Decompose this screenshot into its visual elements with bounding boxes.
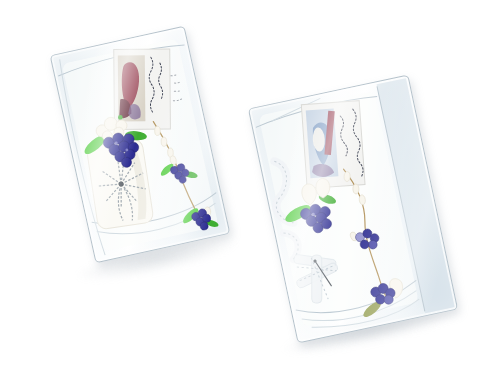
left-box-contents (51, 27, 229, 262)
prayer-card (301, 101, 365, 189)
bud (161, 137, 167, 146)
bud (344, 171, 350, 181)
product-photo (0, 0, 500, 375)
bud (155, 126, 161, 135)
right-box-contents (249, 76, 457, 342)
favor-box-left (50, 26, 231, 264)
prayer-card (114, 49, 171, 129)
bud (353, 184, 359, 194)
favor-box-right (248, 75, 458, 344)
